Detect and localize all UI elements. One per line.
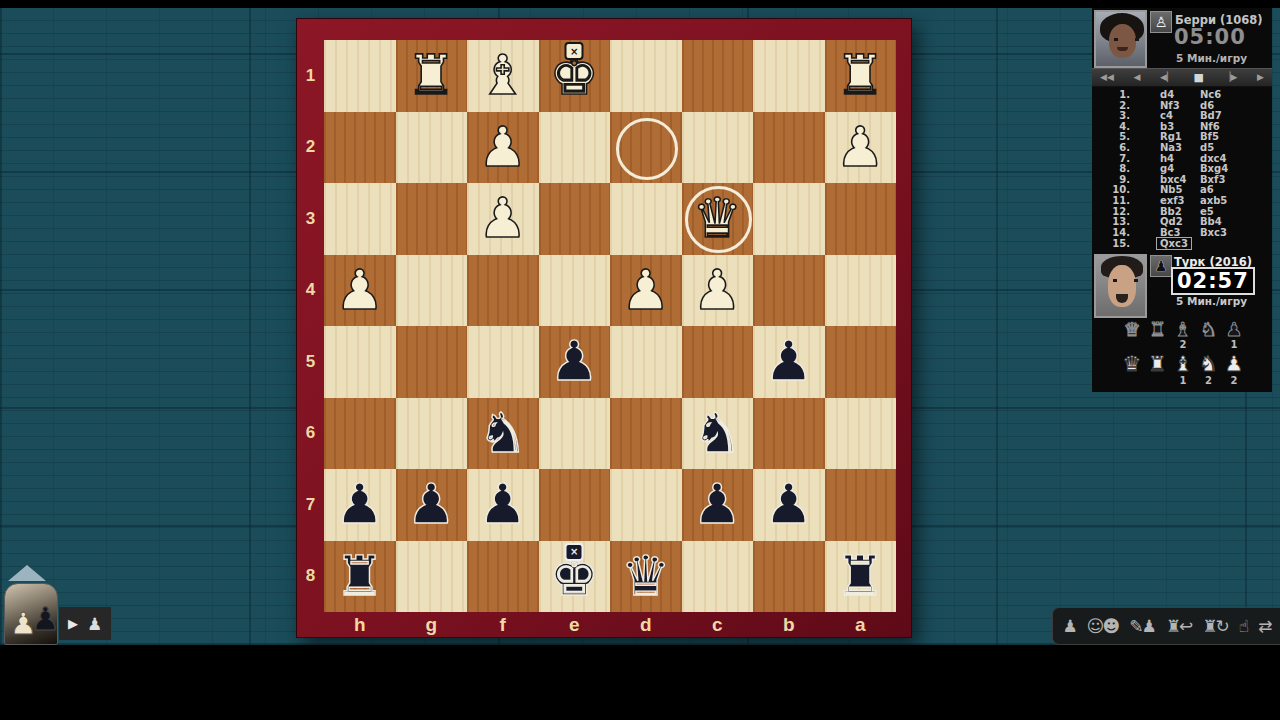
move-row-8[interactable]: 8.g4Bxg4 — [1092, 163, 1272, 174]
move-row-15[interactable]: 15.Qxc3 — [1092, 237, 1272, 248]
white-move: b3 — [1132, 121, 1198, 132]
captured-rook: ♜ — [1146, 320, 1170, 354]
black-pawn[interactable]: ♟ — [753, 326, 825, 398]
square-h1[interactable] — [324, 40, 396, 112]
game-info-panel: ♙ Берри (1068) 05:00 5 Мин./игру ◀◀◀◀▏■▕… — [1092, 8, 1272, 392]
move-row-2[interactable]: 2.Nf3d6 — [1092, 100, 1272, 111]
flip-board-icon[interactable]: ⇄ — [1258, 618, 1270, 635]
square-f3[interactable]: ♟ — [467, 183, 539, 255]
move-number: 8. — [1092, 163, 1132, 174]
step-back-button[interactable]: ◀▏ — [1160, 73, 1174, 82]
player2-clock-active: 02:57 — [1171, 267, 1255, 295]
black-move: d6 — [1198, 100, 1272, 111]
game-thumbnail[interactable]: ♟ ♟ — [4, 583, 58, 645]
square-f1[interactable]: ♝ — [467, 40, 539, 112]
square-a7[interactable] — [825, 469, 897, 541]
square-d8[interactable]: ♛ — [610, 541, 682, 613]
square-a5[interactable] — [825, 326, 897, 398]
square-h6[interactable] — [324, 398, 396, 470]
move-list: 1.d4Nc62.Nf3d63.c4Bd74.b3Nf65.Rg1Bf56.Na… — [1092, 89, 1272, 249]
setup-position-icon[interactable]: ♟ — [1063, 618, 1076, 635]
white-rook[interactable]: ♜ — [396, 40, 468, 112]
file-label-h: h — [324, 612, 396, 638]
move-number: 5. — [1092, 131, 1132, 142]
bishop-icon: ♝ — [1174, 354, 1193, 375]
move-number: 15. — [1092, 238, 1132, 249]
black-pawn[interactable]: ♟ — [324, 469, 396, 541]
square-c7[interactable]: ♟ — [682, 469, 754, 541]
move-number: 2. — [1092, 100, 1132, 111]
square-a3[interactable] — [825, 183, 897, 255]
square-b5[interactable]: ♟ — [753, 326, 825, 398]
move-row-4[interactable]: 4.b3Nf6 — [1092, 121, 1272, 132]
square-g8[interactable] — [396, 541, 468, 613]
rank-label-2: 2 — [297, 112, 324, 184]
square-d3[interactable] — [610, 183, 682, 255]
black-side-icon: ♟ — [1150, 255, 1172, 277]
black-queen[interactable]: ♛ — [610, 541, 682, 613]
knight-icon: ♞ — [1200, 320, 1217, 339]
current-move: Qxc3 — [1156, 237, 1192, 250]
square-c6[interactable]: ♞ — [682, 398, 754, 470]
square-f8[interactable] — [467, 541, 539, 613]
black-move: d5 — [1198, 142, 1272, 153]
white-pawn[interactable]: ♟ — [467, 112, 539, 184]
captured-black-pieces-tray: ♛♜♝2♞♟1 — [1120, 320, 1246, 354]
step-forward-button[interactable]: ▕▶ — [1224, 73, 1238, 82]
square-b8[interactable] — [753, 541, 825, 613]
move-row-1[interactable]: 1.d4Nc6 — [1092, 89, 1272, 100]
chess-board: 12345678 hgfedcba ♜♝♚×♜♟♟♟♛♟♟♟♟♟♞♞♟♟♟♟♟♜… — [296, 18, 912, 638]
move-number: 12. — [1092, 206, 1132, 217]
captured-queen: ♛ — [1120, 320, 1144, 354]
square-c1[interactable] — [682, 40, 754, 112]
move-row-5[interactable]: 5.Rg1Bf5 — [1092, 131, 1272, 142]
white-pawn[interactable]: ♟ — [682, 255, 754, 327]
move-row-14[interactable]: 14.Bc3Bxc3 — [1092, 227, 1272, 238]
move-number: 1. — [1092, 89, 1132, 100]
square-d2[interactable] — [610, 112, 682, 184]
square-h8[interactable]: ♜ — [324, 541, 396, 613]
white-pawn[interactable]: ♟ — [610, 255, 682, 327]
collapse-arrow-icon[interactable] — [8, 565, 46, 581]
square-c8[interactable] — [682, 541, 754, 613]
white-pawn[interactable]: ♟ — [467, 183, 539, 255]
queen-icon: ♛ — [1123, 320, 1140, 339]
move-number: 10. — [1092, 184, 1132, 195]
rank-label-8: 8 — [297, 541, 324, 613]
move-number: 9. — [1092, 174, 1132, 185]
white-move: Nb5 — [1132, 184, 1198, 195]
move-number: 7. — [1092, 153, 1132, 164]
white-move: Qxc3 — [1132, 237, 1198, 250]
black-move: axb5 — [1198, 195, 1272, 206]
black-knight[interactable]: ♞ — [467, 398, 539, 470]
player2-avatar — [1094, 254, 1147, 318]
square-c5[interactable] — [682, 326, 754, 398]
black-move: Bxc3 — [1198, 227, 1272, 238]
square-f2[interactable]: ♟ — [467, 112, 539, 184]
square-g1[interactable]: ♜ — [396, 40, 468, 112]
go-to-start-button[interactable]: ◀◀ — [1100, 73, 1114, 82]
square-a2[interactable]: ♟ — [825, 112, 897, 184]
black-knight[interactable]: ♞ — [682, 398, 754, 470]
square-e1[interactable]: ♚× — [539, 40, 611, 112]
square-b7[interactable]: ♟ — [753, 469, 825, 541]
captured-count: 1 — [1231, 339, 1238, 350]
square-b2[interactable] — [753, 112, 825, 184]
square-e5[interactable]: ♟ — [539, 326, 611, 398]
square-e4[interactable] — [539, 255, 611, 327]
rank-label-4: 4 — [297, 255, 324, 327]
app-window: 12345678 hgfedcba ♜♝♚×♜♟♟♟♛♟♟♟♟♟♞♞♟♟♟♟♟♜… — [0, 0, 1280, 720]
black-move: Bxg4 — [1198, 163, 1272, 174]
avatar-face — [1108, 265, 1136, 307]
move-row-9[interactable]: 9.bxc4Bxf3 — [1092, 174, 1272, 185]
square-h5[interactable] — [324, 326, 396, 398]
black-rook[interactable]: ♜ — [825, 541, 897, 613]
black-pawn[interactable]: ♟ — [467, 469, 539, 541]
black-move: a6 — [1198, 184, 1272, 195]
square-f4[interactable] — [467, 255, 539, 327]
white-move: c4 — [1132, 110, 1198, 121]
square-g4[interactable] — [396, 255, 468, 327]
rank-label-5: 5 — [297, 326, 324, 398]
black-king[interactable]: ♚× — [539, 541, 611, 613]
white-queen[interactable]: ♛ — [682, 183, 754, 255]
undo-move-icon[interactable]: ♜↩ — [1166, 618, 1191, 635]
move-row-11[interactable]: 11.exf3axb5 — [1092, 195, 1272, 206]
rank-label-3: 3 — [297, 183, 324, 255]
black-move: Bd7 — [1198, 110, 1272, 121]
stop-button[interactable]: ■ — [1194, 72, 1204, 83]
move-number: 11. — [1092, 195, 1132, 206]
captured-bishop: ♝2 — [1171, 320, 1195, 354]
rook-icon: ♜ — [1149, 320, 1166, 339]
square-h7[interactable]: ♟ — [324, 469, 396, 541]
replay-moves-icon[interactable]: ♜↻ — [1202, 618, 1227, 635]
white-move: bxc4 — [1132, 174, 1198, 185]
square-h2[interactable] — [324, 112, 396, 184]
square-c2[interactable] — [682, 112, 754, 184]
square-a4[interactable] — [825, 255, 897, 327]
file-label-b: b — [753, 612, 825, 638]
pawn-icon: ♟ — [1225, 320, 1242, 339]
fast-forward-button[interactable]: ▶ — [1257, 73, 1264, 82]
file-label-e: e — [539, 612, 611, 638]
white-move: d4 — [1132, 89, 1198, 100]
square-b1[interactable] — [753, 40, 825, 112]
hand-move-icon[interactable]: ☝ — [1239, 618, 1247, 635]
square-c3[interactable]: ♛ — [682, 183, 754, 255]
file-label-a: a — [825, 612, 897, 638]
white-side-icon: ♙ — [1150, 11, 1172, 33]
rank-label-7: 7 — [297, 469, 324, 541]
black-pawn[interactable]: ♟ — [396, 469, 468, 541]
square-h3[interactable] — [324, 183, 396, 255]
black-rook[interactable]: ♜ — [324, 541, 396, 613]
white-move: exf3 — [1132, 195, 1198, 206]
square-g2[interactable] — [396, 112, 468, 184]
square-f6[interactable]: ♞ — [467, 398, 539, 470]
playback-controls: ◀◀◀◀▏■▕▶▶ — [1092, 68, 1272, 87]
player1-clock: 05:00 — [1174, 25, 1246, 49]
file-labels: hgfedcba — [324, 612, 896, 638]
black-pawn[interactable]: ♟ — [539, 326, 611, 398]
bishop-icon: ♝ — [1174, 320, 1191, 339]
square-b3[interactable] — [753, 183, 825, 255]
white-move: Bc3 — [1132, 227, 1198, 238]
white-move: h4 — [1132, 153, 1198, 164]
square-g3[interactable] — [396, 183, 468, 255]
square-g6[interactable] — [396, 398, 468, 470]
move-number: 13. — [1092, 216, 1132, 227]
square-c4[interactable]: ♟ — [682, 255, 754, 327]
move-origin-marker — [616, 118, 678, 180]
square-d7[interactable] — [610, 469, 682, 541]
player1-avatar — [1094, 10, 1147, 68]
black-move: dxc4 — [1198, 153, 1272, 164]
white-move: Nf3 — [1132, 100, 1198, 111]
captured-bishop: ♝1 — [1171, 354, 1195, 388]
move-row-7[interactable]: 7.h4dxc4 — [1092, 153, 1272, 164]
square-a8[interactable]: ♜ — [825, 541, 897, 613]
resume-game-button[interactable]: ▶ ♟ — [59, 607, 111, 640]
player1-time-control: 5 Мин./игру — [1176, 52, 1247, 64]
action-toolbar: ♟☺☻✎♟♜↩♜↻☝⇄ — [1052, 607, 1280, 645]
move-row-13[interactable]: 13.Qd2Bb4 — [1092, 216, 1272, 227]
white-king[interactable]: ♚× — [539, 40, 611, 112]
captured-queen: ♛ — [1120, 354, 1144, 388]
black-pawn[interactable]: ♟ — [682, 469, 754, 541]
black-move: e5 — [1198, 206, 1272, 217]
captured-pawn: ♟2 — [1222, 354, 1246, 388]
file-label-g: g — [396, 612, 468, 638]
white-rook[interactable]: ♜ — [825, 40, 897, 112]
square-e2[interactable] — [539, 112, 611, 184]
knight-icon: ♞ — [1199, 354, 1218, 375]
players-icon[interactable]: ☺☻ — [1087, 618, 1118, 635]
square-f5[interactable] — [467, 326, 539, 398]
fast-back-button[interactable]: ◀ — [1133, 73, 1140, 82]
square-b4[interactable] — [753, 255, 825, 327]
captured-white-pieces-tray: ♛♜♝1♞2♟2 — [1120, 354, 1246, 388]
captured-pawn: ♟1 — [1222, 320, 1246, 354]
white-move: Bb2 — [1132, 206, 1198, 217]
square-d6[interactable] — [610, 398, 682, 470]
black-move: Nf6 — [1198, 121, 1272, 132]
file-label-d: d — [610, 612, 682, 638]
pawn-icon: ♟ — [1225, 354, 1244, 375]
pawn-icon: ♟ — [87, 614, 102, 634]
move-row-6[interactable]: 6.Na3d5 — [1092, 142, 1272, 153]
square-a1[interactable]: ♜ — [825, 40, 897, 112]
captured-knight: ♞2 — [1197, 354, 1221, 388]
square-d1[interactable] — [610, 40, 682, 112]
black-move: Nc6 — [1198, 89, 1272, 100]
board-squares: ♜♝♚×♜♟♟♟♛♟♟♟♟♟♞♞♟♟♟♟♟♜♚×♛♜ — [324, 40, 896, 612]
avatar-face — [1109, 24, 1136, 58]
captured-knight: ♞ — [1197, 320, 1221, 354]
black-move: Bf5 — [1198, 131, 1272, 142]
rook-icon: ♜ — [1148, 354, 1167, 375]
square-e3[interactable] — [539, 183, 611, 255]
rank-label-1: 1 — [297, 40, 324, 112]
king-emblem: × — [565, 42, 584, 60]
square-a6[interactable] — [825, 398, 897, 470]
square-h4[interactable]: ♟ — [324, 255, 396, 327]
square-d5[interactable] — [610, 326, 682, 398]
square-f7[interactable]: ♟ — [467, 469, 539, 541]
square-e6[interactable] — [539, 398, 611, 470]
play-icon: ▶ — [68, 616, 78, 631]
move-row-12[interactable]: 12.Bb2e5 — [1092, 206, 1272, 217]
white-pawn[interactable]: ♟ — [324, 255, 396, 327]
square-e8[interactable]: ♚× — [539, 541, 611, 613]
queen-icon: ♛ — [1123, 354, 1142, 375]
captured-count: 2 — [1205, 375, 1212, 386]
white-move: Na3 — [1132, 142, 1198, 153]
captured-count: 2 — [1231, 375, 1238, 386]
square-g5[interactable] — [396, 326, 468, 398]
white-move: Qd2 — [1132, 216, 1198, 227]
file-label-c: c — [682, 612, 754, 638]
square-d4[interactable]: ♟ — [610, 255, 682, 327]
move-row-3[interactable]: 3.c4Bd7 — [1092, 110, 1272, 121]
move-number: 3. — [1092, 110, 1132, 121]
move-number: 6. — [1092, 142, 1132, 153]
king-emblem: × — [565, 543, 584, 561]
captured-rook: ♜ — [1146, 354, 1170, 388]
move-row-10[interactable]: 10.Nb5a6 — [1092, 184, 1272, 195]
captured-count: 2 — [1180, 339, 1187, 350]
square-g7[interactable]: ♟ — [396, 469, 468, 541]
captured-count: 1 — [1180, 375, 1187, 386]
white-move: Rg1 — [1132, 131, 1198, 142]
move-number: 4. — [1092, 121, 1132, 132]
square-b6[interactable] — [753, 398, 825, 470]
white-move: g4 — [1132, 163, 1198, 174]
square-e7[interactable] — [539, 469, 611, 541]
rank-labels: 12345678 — [297, 40, 324, 612]
move-number: 14. — [1092, 227, 1132, 238]
black-move: Bxf3 — [1198, 174, 1272, 185]
rank-label-6: 6 — [297, 398, 324, 470]
engine-hint-icon[interactable]: ✎♟ — [1129, 618, 1154, 635]
black-pawn[interactable]: ♟ — [753, 469, 825, 541]
black-move: Bb4 — [1198, 216, 1272, 227]
file-label-f: f — [467, 612, 539, 638]
black-pawn-icon: ♟ — [31, 600, 58, 638]
player2-time-control: 5 Мин./игру — [1176, 295, 1247, 307]
white-pawn[interactable]: ♟ — [825, 112, 897, 184]
white-bishop[interactable]: ♝ — [467, 40, 539, 112]
